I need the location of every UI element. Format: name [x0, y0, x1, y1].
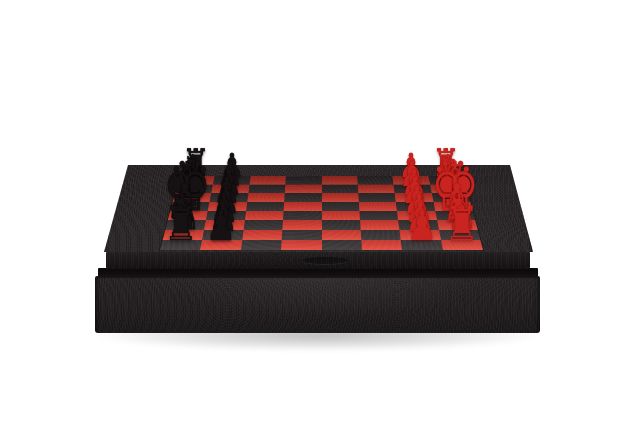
board-square [400, 230, 441, 240]
board-square [395, 193, 433, 202]
board-square [285, 184, 322, 192]
board-square [357, 176, 394, 184]
board-square [398, 220, 438, 230]
board-square [437, 220, 478, 230]
box-lid-seam [98, 268, 538, 278]
board-square [243, 220, 283, 230]
board-square [322, 202, 360, 211]
board-square [247, 193, 285, 202]
board-square [285, 176, 321, 184]
product-photo-scene: ♜♞♝♚♛♝♞♜♟♟♟♟♟♟♟♟♟♟♟♟♟♟♟♟♜♞♝♚♛♝♞♜ [0, 0, 631, 421]
board-square [248, 184, 285, 192]
board-square [361, 230, 401, 240]
board-square [249, 176, 286, 184]
board-square [170, 202, 210, 211]
board-square [208, 202, 247, 211]
board-square [322, 240, 362, 250]
board-square [282, 220, 321, 230]
board-square [282, 230, 322, 240]
board-square [173, 193, 212, 202]
board-square [358, 184, 395, 192]
board-square [439, 230, 481, 240]
board-square [212, 184, 250, 192]
board-square [358, 193, 396, 202]
board-square [163, 230, 205, 240]
board-square [200, 240, 242, 250]
board-square [241, 240, 282, 250]
board-square [359, 202, 397, 211]
board-square [284, 193, 321, 202]
board-square [393, 176, 430, 184]
board-square [281, 240, 321, 250]
board-square [165, 220, 206, 230]
board-square [433, 202, 473, 211]
board-square [359, 211, 398, 220]
board-square [177, 176, 215, 184]
board-square [428, 176, 466, 184]
board-square [206, 211, 246, 220]
board-square [213, 176, 250, 184]
board-square [242, 230, 282, 240]
box-base-front [95, 276, 540, 333]
board-square [322, 176, 358, 184]
board-square [396, 202, 435, 211]
chessboard [160, 176, 483, 250]
board-square [284, 202, 322, 211]
board-square [361, 240, 402, 250]
embossed-logo [302, 257, 348, 264]
board-square [431, 193, 470, 202]
board-square [397, 211, 437, 220]
lid-front-face [106, 251, 530, 269]
board-square [322, 211, 360, 220]
board-square [322, 193, 359, 202]
board-square [322, 230, 362, 240]
board-square [202, 230, 243, 240]
board-square [360, 220, 400, 230]
board-square [435, 211, 475, 220]
board-square [175, 184, 213, 192]
board-square [394, 184, 432, 192]
board-square [210, 193, 248, 202]
board-square [168, 211, 208, 220]
board-square [246, 202, 284, 211]
board-square [245, 211, 284, 220]
board-square [283, 211, 321, 220]
board-square [322, 184, 359, 192]
board-square [204, 220, 244, 230]
board-square [160, 240, 202, 250]
board-square [430, 184, 468, 192]
board-square [401, 240, 443, 250]
board-square [441, 240, 483, 250]
board-square [322, 220, 361, 230]
